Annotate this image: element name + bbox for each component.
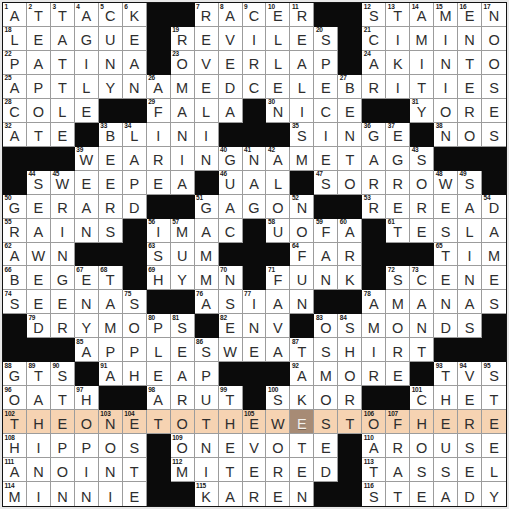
- cell-r6c17[interactable]: 37E: [386, 123, 410, 147]
- cell-r17c15[interactable]: R: [338, 386, 362, 410]
- cell-r4c5[interactable]: Y: [99, 75, 123, 99]
- cell-r2c10[interactable]: V: [219, 27, 243, 51]
- cell-r21c21[interactable]: Y: [482, 482, 506, 506]
- cell-r1c16[interactable]: 12S: [362, 3, 386, 27]
- cell-r20c20[interactable]: E: [458, 458, 482, 482]
- cell-r13c10[interactable]: S: [219, 290, 243, 314]
- cell-r21c19[interactable]: A: [434, 482, 458, 506]
- cell-r11c21[interactable]: M: [482, 243, 506, 267]
- cell-r14c4[interactable]: Y: [75, 314, 99, 338]
- cell-r10c17[interactable]: 61T: [386, 219, 410, 243]
- cell-r3c14[interactable]: P: [314, 51, 338, 75]
- cell-r14c16[interactable]: M: [362, 314, 386, 338]
- cell-r16c7[interactable]: E: [147, 362, 171, 386]
- cell-r4c21[interactable]: S: [482, 75, 506, 99]
- cell-r5c12[interactable]: 30N: [266, 99, 290, 123]
- cell-r17c14[interactable]: O: [314, 386, 338, 410]
- cell-r5c21[interactable]: E: [482, 99, 506, 123]
- cell-r11c13[interactable]: 64F: [290, 243, 314, 267]
- cell-r6c8[interactable]: N: [171, 123, 195, 147]
- cell-r18c3[interactable]: E: [51, 410, 75, 434]
- cell-r14c14[interactable]: 83O: [314, 314, 338, 338]
- cell-r3c1[interactable]: 22P: [3, 51, 27, 75]
- cell-r13c17[interactable]: M: [386, 290, 410, 314]
- cell-r5c14[interactable]: C: [314, 99, 338, 123]
- cell-r8c18[interactable]: O: [410, 171, 434, 195]
- cell-r4c17[interactable]: I: [386, 75, 410, 99]
- cell-r13c18[interactable]: A: [410, 290, 434, 314]
- cell-r6c21[interactable]: S: [482, 123, 506, 147]
- cell-r8c11[interactable]: A: [243, 171, 267, 195]
- cell-r11c7[interactable]: 63S: [147, 243, 171, 267]
- cell-r20c18[interactable]: S: [410, 458, 434, 482]
- cell-r15c11[interactable]: E: [243, 338, 267, 362]
- cell-r12c7[interactable]: 69H: [147, 266, 171, 290]
- cell-r16c6[interactable]: H: [123, 362, 147, 386]
- cell-r11c20[interactable]: I: [458, 243, 482, 267]
- cell-r3c13[interactable]: A: [290, 51, 314, 75]
- cell-r19c14[interactable]: E: [314, 434, 338, 458]
- cell-r16c21[interactable]: 95S: [482, 362, 506, 386]
- cell-r3c18[interactable]: I: [410, 51, 434, 75]
- cell-r4c20[interactable]: E: [458, 75, 482, 99]
- cell-r3c5[interactable]: N: [99, 51, 123, 75]
- cell-r20c9[interactable]: I: [195, 458, 219, 482]
- cell-r8c16[interactable]: R: [362, 171, 386, 195]
- cell-r7c18[interactable]: 43S: [410, 147, 434, 171]
- cell-r16c16[interactable]: R: [362, 362, 386, 386]
- cell-r18c16[interactable]: 106O: [362, 410, 386, 434]
- cell-r3c3[interactable]: T: [51, 51, 75, 75]
- cell-r7c13[interactable]: M: [290, 147, 314, 171]
- cell-r18c8[interactable]: O: [171, 410, 195, 434]
- cell-r20c5[interactable]: N: [99, 458, 123, 482]
- cell-r6c5[interactable]: 33B: [99, 123, 123, 147]
- cell-r19c6[interactable]: S: [123, 434, 147, 458]
- cell-r7c15[interactable]: T: [338, 147, 362, 171]
- cell-r7c17[interactable]: G: [386, 147, 410, 171]
- cell-r14c5[interactable]: M: [99, 314, 123, 338]
- cell-r21c1[interactable]: 114M: [3, 482, 27, 506]
- cell-r10c13[interactable]: O: [290, 219, 314, 243]
- cell-r3c9[interactable]: V: [195, 51, 219, 75]
- cell-r17c9[interactable]: U: [195, 386, 219, 410]
- cell-r9c17[interactable]: E: [386, 195, 410, 219]
- cell-r3c21[interactable]: O: [482, 51, 506, 75]
- cell-r12c3[interactable]: G: [51, 266, 75, 290]
- cell-r15c13[interactable]: 87T: [290, 338, 314, 362]
- cell-r13c21[interactable]: S: [482, 290, 506, 314]
- cell-r10c14[interactable]: 59F: [314, 219, 338, 243]
- cell-r9c19[interactable]: E: [434, 195, 458, 219]
- cell-r15c9[interactable]: 86S: [195, 338, 219, 362]
- cell-r10c5[interactable]: S: [99, 219, 123, 243]
- cell-r12c5[interactable]: 68T: [99, 266, 123, 290]
- cell-r16c2[interactable]: 89T: [27, 362, 51, 386]
- cell-r16c20[interactable]: 94V: [458, 362, 482, 386]
- cell-r7c10[interactable]: 40G: [219, 147, 243, 171]
- cell-r3c20[interactable]: T: [458, 51, 482, 75]
- cell-r13c16[interactable]: 78A: [362, 290, 386, 314]
- cell-r17c8[interactable]: R: [171, 386, 195, 410]
- cell-r21c2[interactable]: I: [27, 482, 51, 506]
- cell-r10c9[interactable]: A: [195, 219, 219, 243]
- cell-r4c14[interactable]: E: [314, 75, 338, 99]
- cell-r7c16[interactable]: A: [362, 147, 386, 171]
- cell-r12c17[interactable]: 72S: [386, 266, 410, 290]
- cell-r2c20[interactable]: N: [458, 27, 482, 51]
- cell-r20c8[interactable]: 112M: [171, 458, 195, 482]
- cell-r12c15[interactable]: K: [338, 266, 362, 290]
- cell-r8c2[interactable]: 44S: [27, 171, 51, 195]
- cell-r19c1[interactable]: 108H: [3, 434, 27, 458]
- cell-r11c3[interactable]: N: [51, 243, 75, 267]
- cell-r6c2[interactable]: T: [27, 123, 51, 147]
- cell-r16c17[interactable]: E: [386, 362, 410, 386]
- cell-r4c1[interactable]: 25A: [3, 75, 27, 99]
- cell-r13c19[interactable]: N: [434, 290, 458, 314]
- cell-r2c9[interactable]: E: [195, 27, 219, 51]
- cell-r5c7[interactable]: 29F: [147, 99, 171, 123]
- cell-r7c7[interactable]: R: [147, 147, 171, 171]
- cell-r1c17[interactable]: 13T: [386, 3, 410, 27]
- cell-r4c10[interactable]: D: [219, 75, 243, 99]
- cell-r7c5[interactable]: E: [99, 147, 123, 171]
- cell-r18c1[interactable]: 102T: [3, 410, 27, 434]
- cell-r1c9[interactable]: 7R: [195, 3, 219, 27]
- cell-r12c2[interactable]: E: [27, 266, 51, 290]
- cell-r20c14[interactable]: D: [314, 458, 338, 482]
- cell-r18c21[interactable]: E: [482, 410, 506, 434]
- cell-r4c4[interactable]: L: [75, 75, 99, 99]
- cell-r19c20[interactable]: S: [458, 434, 482, 458]
- cell-r9c2[interactable]: E: [27, 195, 51, 219]
- cell-r12c14[interactable]: N: [314, 266, 338, 290]
- cell-r2c16[interactable]: 21C: [362, 27, 386, 51]
- cell-r17c12[interactable]: 100S: [266, 386, 290, 410]
- cell-r19c16[interactable]: 110A: [362, 434, 386, 458]
- cell-r20c10[interactable]: T: [219, 458, 243, 482]
- cell-r2c1[interactable]: 18L: [3, 27, 27, 51]
- cell-r5c9[interactable]: L: [195, 99, 219, 123]
- cell-r4c8[interactable]: M: [171, 75, 195, 99]
- cell-r15c15[interactable]: H: [338, 338, 362, 362]
- cell-r2c18[interactable]: M: [410, 27, 434, 51]
- cell-r8c17[interactable]: R: [386, 171, 410, 195]
- cell-r14c19[interactable]: D: [434, 314, 458, 338]
- cell-r2c5[interactable]: U: [99, 27, 123, 51]
- cell-r14c11[interactable]: N: [243, 314, 267, 338]
- cell-r20c3[interactable]: O: [51, 458, 75, 482]
- cell-r16c13[interactable]: 92A: [290, 362, 314, 386]
- cell-r4c3[interactable]: T: [51, 75, 75, 99]
- cell-r5c2[interactable]: O: [27, 99, 51, 123]
- cell-r7c9[interactable]: N: [195, 147, 219, 171]
- cell-r13c1[interactable]: 74S: [3, 290, 27, 314]
- cell-r9c12[interactable]: O: [266, 195, 290, 219]
- cell-r7c6[interactable]: A: [123, 147, 147, 171]
- cell-r2c11[interactable]: I: [243, 27, 267, 51]
- cell-r20c13[interactable]: E: [290, 458, 314, 482]
- cell-r21c4[interactable]: N: [75, 482, 99, 506]
- cell-r18c12[interactable]: W: [266, 410, 290, 434]
- cell-r18c13[interactable]: E: [290, 410, 314, 434]
- cell-r2c19[interactable]: I: [434, 27, 458, 51]
- cell-r16c14[interactable]: M: [314, 362, 338, 386]
- cell-r9c20[interactable]: A: [458, 195, 482, 219]
- cell-r12c13[interactable]: U: [290, 266, 314, 290]
- cell-r16c15[interactable]: O: [338, 362, 362, 386]
- cell-r4c7[interactable]: 26A: [147, 75, 171, 99]
- cell-r2c17[interactable]: I: [386, 27, 410, 51]
- cell-r1c1[interactable]: 1A: [3, 3, 27, 27]
- cell-r6c16[interactable]: 36G: [362, 123, 386, 147]
- cell-r9c21[interactable]: 54D: [482, 195, 506, 219]
- cell-r3c16[interactable]: 24A: [362, 51, 386, 75]
- cell-r10c20[interactable]: L: [458, 219, 482, 243]
- cell-r18c5[interactable]: 103N: [99, 410, 123, 434]
- cell-r3c6[interactable]: A: [123, 51, 147, 75]
- cell-r8c19[interactable]: 48W: [434, 171, 458, 195]
- cell-r10c18[interactable]: E: [410, 219, 434, 243]
- cell-r4c18[interactable]: T: [410, 75, 434, 99]
- cell-r16c19[interactable]: 93T: [434, 362, 458, 386]
- cell-r18c2[interactable]: H: [27, 410, 51, 434]
- cell-r13c13[interactable]: N: [290, 290, 314, 314]
- cell-r3c19[interactable]: N: [434, 51, 458, 75]
- cell-r4c11[interactable]: C: [243, 75, 267, 99]
- cell-r8c10[interactable]: 46U: [219, 171, 243, 195]
- cell-r21c9[interactable]: 115K: [195, 482, 219, 506]
- cell-r3c2[interactable]: A: [27, 51, 51, 75]
- cell-r6c19[interactable]: 38N: [434, 123, 458, 147]
- cell-r17c10[interactable]: 99T: [219, 386, 243, 410]
- cell-r18c9[interactable]: T: [195, 410, 219, 434]
- cell-r10c2[interactable]: A: [27, 219, 51, 243]
- cell-r18c7[interactable]: T: [147, 410, 171, 434]
- cell-r16c5[interactable]: 91A: [99, 362, 123, 386]
- cell-r21c10[interactable]: A: [219, 482, 243, 506]
- cell-r1c21[interactable]: 17N: [482, 3, 506, 27]
- cell-r6c14[interactable]: I: [314, 123, 338, 147]
- cell-r20c1[interactable]: 111A: [3, 458, 27, 482]
- cell-r19c5[interactable]: O: [99, 434, 123, 458]
- cell-r20c2[interactable]: N: [27, 458, 51, 482]
- cell-r11c8[interactable]: U: [171, 243, 195, 267]
- cell-r12c9[interactable]: M: [195, 266, 219, 290]
- cell-r19c21[interactable]: E: [482, 434, 506, 458]
- cell-r9c5[interactable]: R: [99, 195, 123, 219]
- cell-r18c6[interactable]: 104E: [123, 410, 147, 434]
- cell-r10c3[interactable]: I: [51, 219, 75, 243]
- cell-r8c5[interactable]: E: [99, 171, 123, 195]
- cell-r19c9[interactable]: N: [195, 434, 219, 458]
- cell-r20c12[interactable]: R: [266, 458, 290, 482]
- cell-r5c13[interactable]: I: [290, 99, 314, 123]
- cell-r7c11[interactable]: 41N: [243, 147, 267, 171]
- cell-r7c14[interactable]: E: [314, 147, 338, 171]
- cell-r1c3[interactable]: 3T: [51, 3, 75, 27]
- cell-r15c18[interactable]: T: [410, 338, 434, 362]
- cell-r2c21[interactable]: O: [482, 27, 506, 51]
- cell-r12c18[interactable]: 73C: [410, 266, 434, 290]
- cell-r16c8[interactable]: A: [171, 362, 195, 386]
- cell-r3c17[interactable]: K: [386, 51, 410, 75]
- cell-r12c12[interactable]: 71F: [266, 266, 290, 290]
- cell-r4c13[interactable]: L: [290, 75, 314, 99]
- cell-r10c8[interactable]: 57M: [171, 219, 195, 243]
- cell-r8c15[interactable]: O: [338, 171, 362, 195]
- cell-r10c19[interactable]: S: [434, 219, 458, 243]
- cell-r6c13[interactable]: 35S: [290, 123, 314, 147]
- cell-r18c15[interactable]: T: [338, 410, 362, 434]
- cell-r9c1[interactable]: 50G: [3, 195, 27, 219]
- cell-r14c15[interactable]: 84S: [338, 314, 362, 338]
- cell-r1c4[interactable]: 4A: [75, 3, 99, 27]
- cell-r4c16[interactable]: R: [362, 75, 386, 99]
- cell-r15c8[interactable]: E: [171, 338, 195, 362]
- cell-r6c6[interactable]: 34L: [123, 123, 147, 147]
- cell-r20c16[interactable]: 113T: [362, 458, 386, 482]
- cell-r21c12[interactable]: E: [266, 482, 290, 506]
- cell-r5c19[interactable]: O: [434, 99, 458, 123]
- cell-r15c12[interactable]: A: [266, 338, 290, 362]
- cell-r14c20[interactable]: S: [458, 314, 482, 338]
- cell-r4c2[interactable]: P: [27, 75, 51, 99]
- cell-r14c12[interactable]: V: [266, 314, 290, 338]
- cell-r18c20[interactable]: R: [458, 410, 482, 434]
- cell-r11c1[interactable]: 62A: [3, 243, 27, 267]
- cell-r6c1[interactable]: 32A: [3, 123, 27, 147]
- cell-r16c1[interactable]: 88G: [3, 362, 27, 386]
- cell-r19c12[interactable]: O: [266, 434, 290, 458]
- cell-r14c3[interactable]: R: [51, 314, 75, 338]
- cell-r1c6[interactable]: 6K: [123, 3, 147, 27]
- cell-r13c12[interactable]: A: [266, 290, 290, 314]
- cell-r9c10[interactable]: A: [219, 195, 243, 219]
- cell-r1c19[interactable]: 15M: [434, 3, 458, 27]
- cell-r14c10[interactable]: 82E: [219, 314, 243, 338]
- cell-r15c5[interactable]: P: [99, 338, 123, 362]
- cell-r3c11[interactable]: R: [243, 51, 267, 75]
- cell-r2c3[interactable]: A: [51, 27, 75, 51]
- cell-r13c4[interactable]: N: [75, 290, 99, 314]
- cell-r9c9[interactable]: 51G: [195, 195, 219, 219]
- cell-r18c11[interactable]: 105E: [243, 410, 267, 434]
- cell-r20c4[interactable]: I: [75, 458, 99, 482]
- cell-r1c5[interactable]: 5C: [99, 3, 123, 27]
- cell-r17c20[interactable]: E: [458, 386, 482, 410]
- cell-r10c12[interactable]: 58U: [266, 219, 290, 243]
- cell-r20c19[interactable]: S: [434, 458, 458, 482]
- cell-r1c18[interactable]: 14A: [410, 3, 434, 27]
- cell-r10c15[interactable]: 60A: [338, 219, 362, 243]
- cell-r6c3[interactable]: E: [51, 123, 75, 147]
- cell-r19c19[interactable]: U: [434, 434, 458, 458]
- cell-r19c10[interactable]: E: [219, 434, 243, 458]
- cell-r18c18[interactable]: H: [410, 410, 434, 434]
- cell-r6c7[interactable]: I: [147, 123, 171, 147]
- cell-r12c19[interactable]: E: [434, 266, 458, 290]
- cell-r9c3[interactable]: R: [51, 195, 75, 219]
- cell-r20c21[interactable]: L: [482, 458, 506, 482]
- cell-r5c4[interactable]: E: [75, 99, 99, 123]
- cell-r2c4[interactable]: G: [75, 27, 99, 51]
- cell-r12c8[interactable]: Y: [171, 266, 195, 290]
- cell-r4c9[interactable]: E: [195, 75, 219, 99]
- cell-r11c19[interactable]: 65T: [434, 243, 458, 267]
- cell-r19c18[interactable]: O: [410, 434, 434, 458]
- cell-r11c9[interactable]: M: [195, 243, 219, 267]
- cell-r11c14[interactable]: A: [314, 243, 338, 267]
- cell-r16c3[interactable]: 90S: [51, 362, 75, 386]
- cell-r7c8[interactable]: I: [171, 147, 195, 171]
- cell-r21c20[interactable]: D: [458, 482, 482, 506]
- cell-r21c3[interactable]: N: [51, 482, 75, 506]
- cell-r9c6[interactable]: D: [123, 195, 147, 219]
- cell-r21c17[interactable]: T: [386, 482, 410, 506]
- cell-r17c4[interactable]: 97H: [75, 386, 99, 410]
- cell-r14c17[interactable]: O: [386, 314, 410, 338]
- cell-r2c12[interactable]: L: [266, 27, 290, 51]
- cell-r14c7[interactable]: 80P: [147, 314, 171, 338]
- cell-r19c3[interactable]: P: [51, 434, 75, 458]
- cell-r11c15[interactable]: R: [338, 243, 362, 267]
- cell-r8c14[interactable]: 47S: [314, 171, 338, 195]
- cell-r17c18[interactable]: 101C: [410, 386, 434, 410]
- cell-r9c16[interactable]: 53R: [362, 195, 386, 219]
- cell-r1c20[interactable]: 16E: [458, 3, 482, 27]
- cell-r14c8[interactable]: 81S: [171, 314, 195, 338]
- cell-r6c15[interactable]: N: [338, 123, 362, 147]
- cell-r4c6[interactable]: N: [123, 75, 147, 99]
- cell-r19c17[interactable]: R: [386, 434, 410, 458]
- cell-r1c2[interactable]: 2T: [27, 3, 51, 27]
- cell-r13c6[interactable]: 75S: [123, 290, 147, 314]
- cell-r8c20[interactable]: 49S: [458, 171, 482, 195]
- cell-r8c7[interactable]: E: [147, 171, 171, 195]
- cell-r9c13[interactable]: 52N: [290, 195, 314, 219]
- cell-r10c4[interactable]: N: [75, 219, 99, 243]
- cell-r18c14[interactable]: S: [314, 410, 338, 434]
- cell-r5c10[interactable]: A: [219, 99, 243, 123]
- cell-r18c17[interactable]: 107F: [386, 410, 410, 434]
- cell-r2c6[interactable]: E: [123, 27, 147, 51]
- cell-r2c2[interactable]: E: [27, 27, 51, 51]
- cell-r13c20[interactable]: A: [458, 290, 482, 314]
- cell-r8c12[interactable]: L: [266, 171, 290, 195]
- cell-r3c4[interactable]: I: [75, 51, 99, 75]
- cell-r11c2[interactable]: W: [27, 243, 51, 267]
- cell-r9c11[interactable]: G: [243, 195, 267, 219]
- cell-r14c2[interactable]: 79D: [27, 314, 51, 338]
- cell-r19c8[interactable]: 109O: [171, 434, 195, 458]
- cell-r17c3[interactable]: T: [51, 386, 75, 410]
- cell-r3c12[interactable]: L: [266, 51, 290, 75]
- cell-r13c2[interactable]: E: [27, 290, 51, 314]
- cell-r17c13[interactable]: K: [290, 386, 314, 410]
- cell-r17c1[interactable]: 96O: [3, 386, 27, 410]
- cell-r3c10[interactable]: E: [219, 51, 243, 75]
- cell-r20c6[interactable]: T: [123, 458, 147, 482]
- cell-r1c12[interactable]: 10E: [266, 3, 290, 27]
- cell-r12c20[interactable]: N: [458, 266, 482, 290]
- cell-r5c8[interactable]: A: [171, 99, 195, 123]
- cell-r15c16[interactable]: I: [362, 338, 386, 362]
- cell-r13c3[interactable]: E: [51, 290, 75, 314]
- cell-r15c7[interactable]: L: [147, 338, 171, 362]
- cell-r17c21[interactable]: T: [482, 386, 506, 410]
